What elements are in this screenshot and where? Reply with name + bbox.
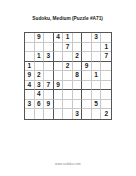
cell-r7c7[interactable] [82, 90, 92, 100]
cell-r3c4[interactable] [54, 52, 64, 62]
cell-r2c4[interactable] [54, 43, 64, 53]
cell-r7c8[interactable] [92, 90, 102, 100]
cell-r8c5[interactable] [63, 100, 73, 110]
cell-r2c9[interactable]: 1 [101, 43, 111, 53]
cell-r2c5[interactable]: 7 [63, 43, 73, 53]
cell-r9c5[interactable] [63, 109, 73, 119]
cell-r1c3[interactable] [44, 33, 54, 43]
cell-r3c8[interactable] [92, 52, 102, 62]
cell-r1c9[interactable] [101, 33, 111, 43]
cell-r5c8[interactable]: 1 [92, 71, 102, 81]
cell-r9c1[interactable] [25, 109, 35, 119]
cell-r6c6[interactable] [73, 81, 83, 91]
page-title-text: Sudoku, Medium (Puzzle #A71) [33, 15, 104, 20]
cell-r6c5[interactable] [63, 81, 73, 91]
cell-r9c4[interactable] [54, 109, 64, 119]
cell-r5c2[interactable]: 2 [35, 71, 45, 81]
cell-r6c9[interactable] [101, 81, 111, 91]
cell-r8c4[interactable] [54, 100, 64, 110]
sudoku-board: 9413711327129928143794369532 [24, 32, 112, 120]
cell-r5c6[interactable]: 8 [73, 71, 83, 81]
cell-r3c1[interactable] [25, 52, 35, 62]
cell-r7c9[interactable] [101, 90, 111, 100]
cell-r8c8[interactable]: 5 [92, 100, 102, 110]
cell-r1c5[interactable]: 1 [63, 33, 73, 43]
cell-r1c1[interactable] [25, 33, 35, 43]
cell-r5c1[interactable]: 9 [25, 71, 35, 81]
cell-r2c3[interactable] [44, 43, 54, 53]
cell-r7c1[interactable] [25, 90, 35, 100]
cell-r5c9[interactable] [101, 71, 111, 81]
cell-r1c7[interactable] [82, 33, 92, 43]
cell-r6c1[interactable]: 4 [25, 81, 35, 91]
cell-r3c5[interactable] [63, 52, 73, 62]
cell-r9c3[interactable] [44, 109, 54, 119]
cell-r2c8[interactable] [92, 43, 102, 53]
cell-r7c6[interactable] [73, 90, 83, 100]
cell-r5c3[interactable] [44, 71, 54, 81]
cell-r5c7[interactable] [82, 71, 92, 81]
footer: www.sudoku.com [0, 159, 136, 167]
page-title: Sudoku, Medium (Puzzle #A71) [0, 13, 136, 23]
cell-r9c7[interactable] [82, 109, 92, 119]
sudoku-page: Sudoku, Medium (Puzzle #A71) 94137113271… [0, 0, 136, 176]
cell-r4c9[interactable] [101, 62, 111, 72]
cell-r6c8[interactable] [92, 81, 102, 91]
cell-r3c9[interactable]: 7 [101, 52, 111, 62]
cell-r4c4[interactable] [54, 62, 64, 72]
cell-r6c7[interactable] [82, 81, 92, 91]
cell-r2c6[interactable] [73, 43, 83, 53]
cell-r5c5[interactable] [63, 71, 73, 81]
cell-r4c3[interactable] [44, 62, 54, 72]
cell-r3c6[interactable]: 2 [73, 52, 83, 62]
cell-r4c7[interactable]: 9 [82, 62, 92, 72]
cell-r3c7[interactable] [82, 52, 92, 62]
cell-r4c5[interactable]: 2 [63, 62, 73, 72]
cell-r2c2[interactable] [35, 43, 45, 53]
cell-r8c7[interactable] [82, 100, 92, 110]
cell-r7c5[interactable] [63, 90, 73, 100]
cell-r2c1[interactable] [25, 43, 35, 53]
cell-r7c4[interactable] [54, 90, 64, 100]
cell-r4c8[interactable] [92, 62, 102, 72]
cell-r7c2[interactable]: 4 [35, 90, 45, 100]
cell-r3c2[interactable]: 1 [35, 52, 45, 62]
cell-r1c8[interactable]: 3 [92, 33, 102, 43]
cell-r9c6[interactable]: 3 [73, 109, 83, 119]
cell-r1c2[interactable]: 9 [35, 33, 45, 43]
cell-r6c2[interactable]: 3 [35, 81, 45, 91]
cell-r9c2[interactable] [35, 109, 45, 119]
cell-r9c9[interactable]: 2 [101, 109, 111, 119]
cell-r9c8[interactable] [92, 109, 102, 119]
cell-r8c6[interactable] [73, 100, 83, 110]
cell-r4c2[interactable] [35, 62, 45, 72]
cell-r4c6[interactable] [73, 62, 83, 72]
cell-r6c4[interactable]: 9 [54, 81, 64, 91]
footer-url-text: www.sudoku.com [55, 161, 81, 165]
cell-r8c9[interactable] [101, 100, 111, 110]
cell-r8c3[interactable]: 9 [44, 100, 54, 110]
cell-r1c4[interactable]: 4 [54, 33, 64, 43]
cell-r8c1[interactable]: 3 [25, 100, 35, 110]
cell-r5c4[interactable] [54, 71, 64, 81]
cell-r2c7[interactable] [82, 43, 92, 53]
cell-r6c3[interactable]: 7 [44, 81, 54, 91]
cell-r4c1[interactable]: 1 [25, 62, 35, 72]
cell-r1c6[interactable] [73, 33, 83, 43]
cell-r7c3[interactable] [44, 90, 54, 100]
cell-r8c2[interactable]: 6 [35, 100, 45, 110]
cell-r3c3[interactable]: 3 [44, 52, 54, 62]
